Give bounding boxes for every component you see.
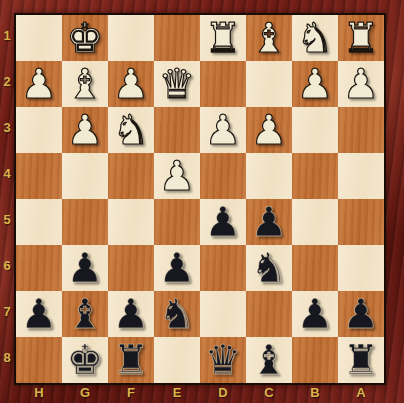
square-f2[interactable]: ♟: [108, 61, 154, 107]
square-d3[interactable]: ♟: [200, 107, 246, 153]
black-pawn[interactable]: ♟: [297, 291, 334, 337]
black-rook[interactable]: ♜: [343, 337, 380, 383]
square-d2[interactable]: [200, 61, 246, 107]
square-f6[interactable]: [108, 245, 154, 291]
square-a3[interactable]: [338, 107, 384, 153]
square-f8[interactable]: ♜: [108, 337, 154, 383]
square-a7[interactable]: ♟: [338, 291, 384, 337]
square-c7[interactable]: [246, 291, 292, 337]
white-pawn[interactable]: ♟: [159, 153, 196, 199]
white-pawn[interactable]: ♟: [113, 61, 150, 107]
file-label-e: E: [154, 385, 200, 403]
square-e1[interactable]: [154, 15, 200, 61]
square-f7[interactable]: ♟: [108, 291, 154, 337]
black-pawn[interactable]: ♟: [343, 291, 380, 337]
black-pawn[interactable]: ♟: [21, 291, 58, 337]
square-c2[interactable]: [246, 61, 292, 107]
rank-label-1: 1: [0, 13, 14, 59]
square-e7[interactable]: ♞: [154, 291, 200, 337]
square-h4[interactable]: [16, 153, 62, 199]
square-h1[interactable]: [16, 15, 62, 61]
square-e6[interactable]: ♟: [154, 245, 200, 291]
rank-label-6: 6: [0, 243, 14, 289]
square-c1[interactable]: ♝: [246, 15, 292, 61]
square-c3[interactable]: ♟: [246, 107, 292, 153]
rank-label-8: 8: [0, 335, 14, 381]
white-king[interactable]: ♚: [67, 15, 104, 61]
square-e5[interactable]: [154, 199, 200, 245]
square-d4[interactable]: [200, 153, 246, 199]
black-bishop[interactable]: ♝: [251, 337, 288, 383]
white-knight[interactable]: ♞: [297, 15, 334, 61]
black-pawn[interactable]: ♟: [205, 199, 242, 245]
square-h8[interactable]: [16, 337, 62, 383]
file-label-f: F: [108, 385, 154, 403]
chess-board: ♚♜♝♞♜♟♝♟♛♟♟♟♞♟♟♟♟♟♟♟♞♟♝♟♞♟♟♚♜♛♝♜: [14, 13, 386, 385]
square-f5[interactable]: [108, 199, 154, 245]
square-g2[interactable]: ♝: [62, 61, 108, 107]
white-pawn[interactable]: ♟: [67, 107, 104, 153]
square-g3[interactable]: ♟: [62, 107, 108, 153]
square-e4[interactable]: ♟: [154, 153, 200, 199]
square-e2[interactable]: ♛: [154, 61, 200, 107]
rank-label-7: 7: [0, 289, 14, 335]
square-b8[interactable]: [292, 337, 338, 383]
square-a6[interactable]: [338, 245, 384, 291]
black-pawn[interactable]: ♟: [251, 199, 288, 245]
square-b2[interactable]: ♟: [292, 61, 338, 107]
square-a4[interactable]: [338, 153, 384, 199]
square-h6[interactable]: [16, 245, 62, 291]
black-bishop[interactable]: ♝: [67, 291, 104, 337]
square-g1[interactable]: ♚: [62, 15, 108, 61]
square-d8[interactable]: ♛: [200, 337, 246, 383]
white-rook[interactable]: ♜: [343, 15, 380, 61]
white-pawn[interactable]: ♟: [251, 107, 288, 153]
file-label-c: C: [246, 385, 292, 403]
black-knight[interactable]: ♞: [251, 245, 288, 291]
square-f1[interactable]: [108, 15, 154, 61]
white-pawn[interactable]: ♟: [205, 107, 242, 153]
square-b3[interactable]: [292, 107, 338, 153]
square-c4[interactable]: [246, 153, 292, 199]
square-g7[interactable]: ♝: [62, 291, 108, 337]
square-h5[interactable]: [16, 199, 62, 245]
black-queen[interactable]: ♛: [205, 337, 242, 383]
square-d7[interactable]: [200, 291, 246, 337]
square-d5[interactable]: ♟: [200, 199, 246, 245]
square-g5[interactable]: [62, 199, 108, 245]
square-d1[interactable]: ♜: [200, 15, 246, 61]
square-h7[interactable]: ♟: [16, 291, 62, 337]
file-label-a: A: [338, 385, 384, 403]
square-b1[interactable]: ♞: [292, 15, 338, 61]
rank-label-4: 4: [0, 151, 14, 197]
black-pawn[interactable]: ♟: [159, 245, 196, 291]
square-d6[interactable]: [200, 245, 246, 291]
square-b7[interactable]: ♟: [292, 291, 338, 337]
square-a5[interactable]: [338, 199, 384, 245]
square-f4[interactable]: [108, 153, 154, 199]
square-a1[interactable]: ♜: [338, 15, 384, 61]
square-c6[interactable]: ♞: [246, 245, 292, 291]
square-h3[interactable]: [16, 107, 62, 153]
square-e8[interactable]: [154, 337, 200, 383]
square-a2[interactable]: ♟: [338, 61, 384, 107]
black-pawn[interactable]: ♟: [67, 245, 104, 291]
rank-label-3: 3: [0, 105, 14, 151]
black-pawn[interactable]: ♟: [113, 291, 150, 337]
square-b4[interactable]: [292, 153, 338, 199]
file-label-b: B: [292, 385, 338, 403]
square-a8[interactable]: ♜: [338, 337, 384, 383]
white-pawn[interactable]: ♟: [343, 61, 380, 107]
rank-label-5: 5: [0, 197, 14, 243]
black-knight[interactable]: ♞: [159, 291, 196, 337]
file-label-d: D: [200, 385, 246, 403]
white-pawn[interactable]: ♟: [21, 61, 58, 107]
white-rook[interactable]: ♜: [205, 15, 242, 61]
chess-game-window: ♚♜♝♞♜♟♝♟♛♟♟♟♞♟♟♟♟♟♟♟♞♟♝♟♞♟♟♚♜♛♝♜ 1234567…: [0, 0, 404, 403]
black-rook[interactable]: ♜: [113, 337, 150, 383]
square-e3[interactable]: [154, 107, 200, 153]
white-bishop[interactable]: ♝: [67, 61, 104, 107]
square-g6[interactable]: ♟: [62, 245, 108, 291]
square-h2[interactable]: ♟: [16, 61, 62, 107]
square-c5[interactable]: ♟: [246, 199, 292, 245]
white-queen[interactable]: ♛: [159, 61, 196, 107]
black-king[interactable]: ♚: [67, 337, 104, 383]
white-pawn[interactable]: ♟: [297, 61, 334, 107]
square-c8[interactable]: ♝: [246, 337, 292, 383]
square-b6[interactable]: [292, 245, 338, 291]
square-g8[interactable]: ♚: [62, 337, 108, 383]
file-label-h: H: [16, 385, 62, 403]
square-g4[interactable]: [62, 153, 108, 199]
file-label-g: G: [62, 385, 108, 403]
white-knight[interactable]: ♞: [113, 107, 150, 153]
white-bishop[interactable]: ♝: [251, 15, 288, 61]
rank-label-2: 2: [0, 59, 14, 105]
square-b5[interactable]: [292, 199, 338, 245]
square-f3[interactable]: ♞: [108, 107, 154, 153]
